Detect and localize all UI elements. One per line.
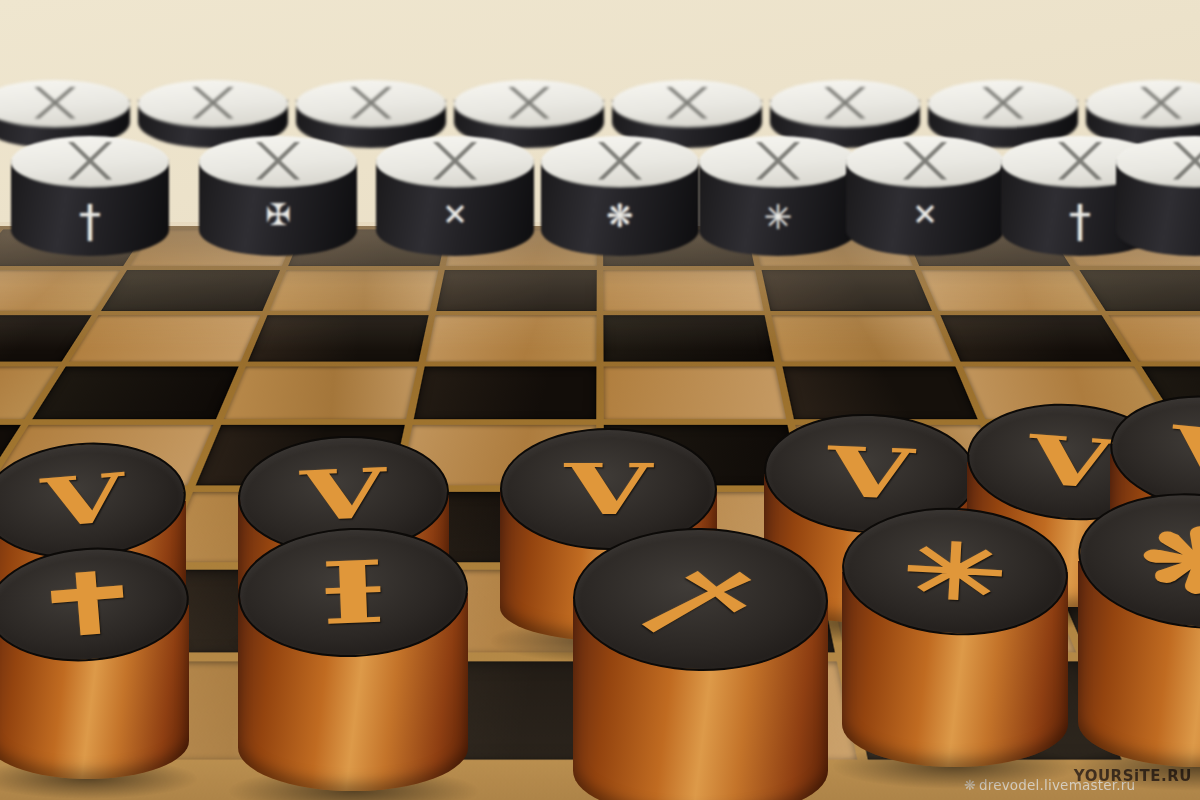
- carve-chevron-v-icon: V: [1167, 417, 1200, 491]
- piece-black-front-6[interactable]: ✕╳: [846, 136, 1004, 261]
- black-piece-white-top: ╳: [541, 136, 699, 188]
- carve-chevron-v-icon: V: [39, 464, 127, 537]
- piece-wood-front-1[interactable]: ✝: [0, 548, 189, 793]
- carve-crossed-lines-icon: ╳: [985, 90, 1021, 117]
- carve-crossed-lines-icon: ╳: [37, 90, 73, 117]
- black-piece-white-top: ╳: [296, 80, 446, 128]
- carve-i-beam-cross-icon: Ɨ: [319, 549, 387, 637]
- side-mark-saltire-x-icon: ✕: [846, 200, 1004, 230]
- carve-six-ray-star-icon: ✳: [901, 530, 1009, 613]
- piece-wood-front-5[interactable]: ❋: [1078, 494, 1200, 781]
- carve-chevron-v-icon: V: [826, 437, 915, 509]
- carve-crossed-lines-icon: ╳: [71, 145, 110, 177]
- carve-crossed-lines-icon: ╳: [906, 145, 945, 177]
- piece-wood-front-2[interactable]: Ɨ: [238, 528, 468, 800]
- piece-black-front-2[interactable]: ✠╳: [199, 136, 357, 261]
- carve-crossed-lines-icon: ╳: [759, 145, 798, 177]
- carve-wheel-web-star-icon: ❋: [1136, 513, 1200, 610]
- black-piece-white-top: ╳: [846, 136, 1004, 188]
- side-mark-snowflake-icon: ❋: [541, 200, 699, 232]
- piece-wood-front-3[interactable]: †: [573, 528, 828, 800]
- carve-diagonal-dagger-sword-icon: †: [613, 548, 786, 651]
- black-piece-white-top: ╳: [376, 136, 534, 188]
- pieces-layer: ╳╳╳╳╳╳╳╳†╳✠╳✕╳❋╳✳╳✕╳†╳╳VVVVVV✝Ɨ†✳❋: [0, 0, 1200, 800]
- photo-scene: ╳╳╳╳╳╳╳╳†╳✠╳✕╳❋╳✳╳✕╳†╳╳VVVVVV✝Ɨ†✳❋ ❋drev…: [0, 0, 1200, 800]
- carve-crossed-lines-icon: ╳: [601, 145, 640, 177]
- piece-black-front-3[interactable]: ✕╳: [376, 136, 534, 261]
- piece-wood-front-4[interactable]: ✳: [842, 508, 1068, 781]
- carve-chevron-v-icon: V: [299, 459, 387, 531]
- piece-black-front-8[interactable]: ╳: [1116, 136, 1200, 261]
- carve-crossed-lines-icon: ╳: [669, 90, 705, 117]
- carve-crossed-lines-icon: ╳: [1061, 145, 1100, 177]
- carve-crossed-lines-icon: ╳: [827, 90, 863, 117]
- black-piece-white-top: ╳: [138, 80, 288, 128]
- black-piece-white-top: ╳: [928, 80, 1078, 128]
- black-piece-white-top: ╳: [11, 136, 169, 188]
- carve-chevron-v-icon: V: [564, 454, 652, 524]
- side-mark-thin-cross-icon: †: [11, 200, 169, 244]
- carve-crossed-lines-icon: ╳: [259, 145, 298, 177]
- carve-chevron-v-icon: V: [1026, 426, 1114, 499]
- carve-crossed-lines-icon: ╳: [195, 90, 231, 117]
- carve-crossed-lines-icon: ╳: [353, 90, 389, 117]
- carve-latin-cross-icon: ✝: [29, 559, 147, 650]
- carve-crossed-lines-icon: ╳: [1176, 145, 1200, 177]
- black-piece-white-top: ╳: [454, 80, 604, 128]
- side-mark-asterisk-star-icon: ✳: [699, 200, 857, 234]
- side-mark-cross-pattee-icon: ✠: [199, 200, 357, 230]
- carve-crossed-lines-icon: ╳: [511, 90, 547, 117]
- carve-crossed-lines-icon: ╳: [436, 145, 475, 177]
- black-piece-white-top: ╳: [770, 80, 920, 128]
- piece-black-front-4[interactable]: ❋╳: [541, 136, 699, 261]
- piece-black-front-5[interactable]: ✳╳: [699, 136, 857, 261]
- side-mark-saltire-x-icon: ✕: [376, 200, 534, 230]
- black-piece-white-top: ╳: [699, 136, 857, 188]
- black-piece-white-top: ╳: [612, 80, 762, 128]
- carve-crossed-lines-icon: ╳: [1143, 90, 1179, 117]
- black-piece-white-top: ╳: [199, 136, 357, 188]
- piece-black-front-1[interactable]: †╳: [11, 136, 169, 261]
